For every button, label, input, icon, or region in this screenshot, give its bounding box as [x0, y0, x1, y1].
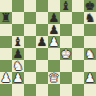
square-a4[interactable]	[0, 48, 12, 60]
square-d3[interactable]	[36, 60, 48, 72]
square-d8[interactable]	[36, 0, 48, 12]
square-f4[interactable]: ♚	[60, 48, 72, 60]
white-knight-h4[interactable]: ♞	[85, 48, 96, 60]
square-g8[interactable]	[72, 0, 84, 12]
square-e2[interactable]: ♛	[48, 72, 60, 84]
square-a7[interactable]: ♜	[0, 12, 12, 24]
white-pawn-e5[interactable]: ♟	[49, 36, 60, 48]
square-f6[interactable]	[60, 24, 72, 36]
square-g5[interactable]	[72, 36, 84, 48]
square-a5[interactable]	[0, 36, 12, 48]
white-pawn-a2[interactable]: ♟	[1, 72, 12, 84]
square-c5[interactable]	[24, 36, 36, 48]
chess-board: ♝♚♜♟♞♟♝♟♟♟♚♞♞♟♟♛♟	[0, 0, 96, 96]
square-d2[interactable]	[36, 72, 48, 84]
white-pawn-h2[interactable]: ♟	[85, 72, 96, 84]
square-g3[interactable]	[72, 60, 84, 72]
square-c2[interactable]	[24, 72, 36, 84]
square-h4[interactable]: ♞	[84, 48, 96, 60]
square-c7[interactable]	[24, 12, 36, 24]
square-b8[interactable]	[12, 0, 24, 12]
square-h2[interactable]: ♟	[84, 72, 96, 84]
square-b2[interactable]: ♟	[12, 72, 24, 84]
square-c1[interactable]	[24, 84, 36, 96]
square-b7[interactable]	[12, 12, 24, 24]
square-f8[interactable]: ♝	[60, 0, 72, 12]
white-pawn-b2[interactable]: ♟	[13, 72, 24, 84]
square-d5[interactable]: ♟	[36, 36, 48, 48]
square-h7[interactable]: ♞	[84, 12, 96, 24]
white-queen-e2[interactable]: ♛	[49, 72, 60, 84]
square-e1[interactable]	[48, 84, 60, 96]
square-f2[interactable]	[60, 72, 72, 84]
square-c4[interactable]	[24, 48, 36, 60]
square-g1[interactable]	[72, 84, 84, 96]
square-a2[interactable]: ♟	[0, 72, 12, 84]
square-g6[interactable]	[72, 24, 84, 36]
square-g4[interactable]	[72, 48, 84, 60]
square-f7[interactable]	[60, 12, 72, 24]
square-d4[interactable]	[36, 48, 48, 60]
black-rook-a7[interactable]: ♜	[1, 12, 12, 24]
square-a1[interactable]	[0, 84, 12, 96]
square-e4[interactable]	[48, 48, 60, 60]
square-b1[interactable]	[12, 84, 24, 96]
square-d1[interactable]	[36, 84, 48, 96]
square-h1[interactable]	[84, 84, 96, 96]
square-g2[interactable]	[72, 72, 84, 84]
square-h6[interactable]	[84, 24, 96, 36]
square-d7[interactable]	[36, 12, 48, 24]
square-g7[interactable]	[72, 12, 84, 24]
square-f3[interactable]	[60, 60, 72, 72]
square-c6[interactable]	[24, 24, 36, 36]
square-f1[interactable]	[60, 84, 72, 96]
white-king-f4[interactable]: ♚	[61, 48, 72, 60]
black-pawn-d5[interactable]: ♟	[37, 36, 48, 48]
square-c3[interactable]	[24, 60, 36, 72]
black-bishop-f8[interactable]: ♝	[61, 0, 72, 12]
square-c8[interactable]	[24, 0, 36, 12]
square-e5[interactable]: ♟	[48, 36, 60, 48]
square-a6[interactable]	[0, 24, 12, 36]
black-knight-h7[interactable]: ♞	[85, 12, 96, 24]
chess-app-window: ♝♚♜♟♞♟♝♟♟♟♚♞♞♟♟♛♟	[0, 0, 96, 96]
